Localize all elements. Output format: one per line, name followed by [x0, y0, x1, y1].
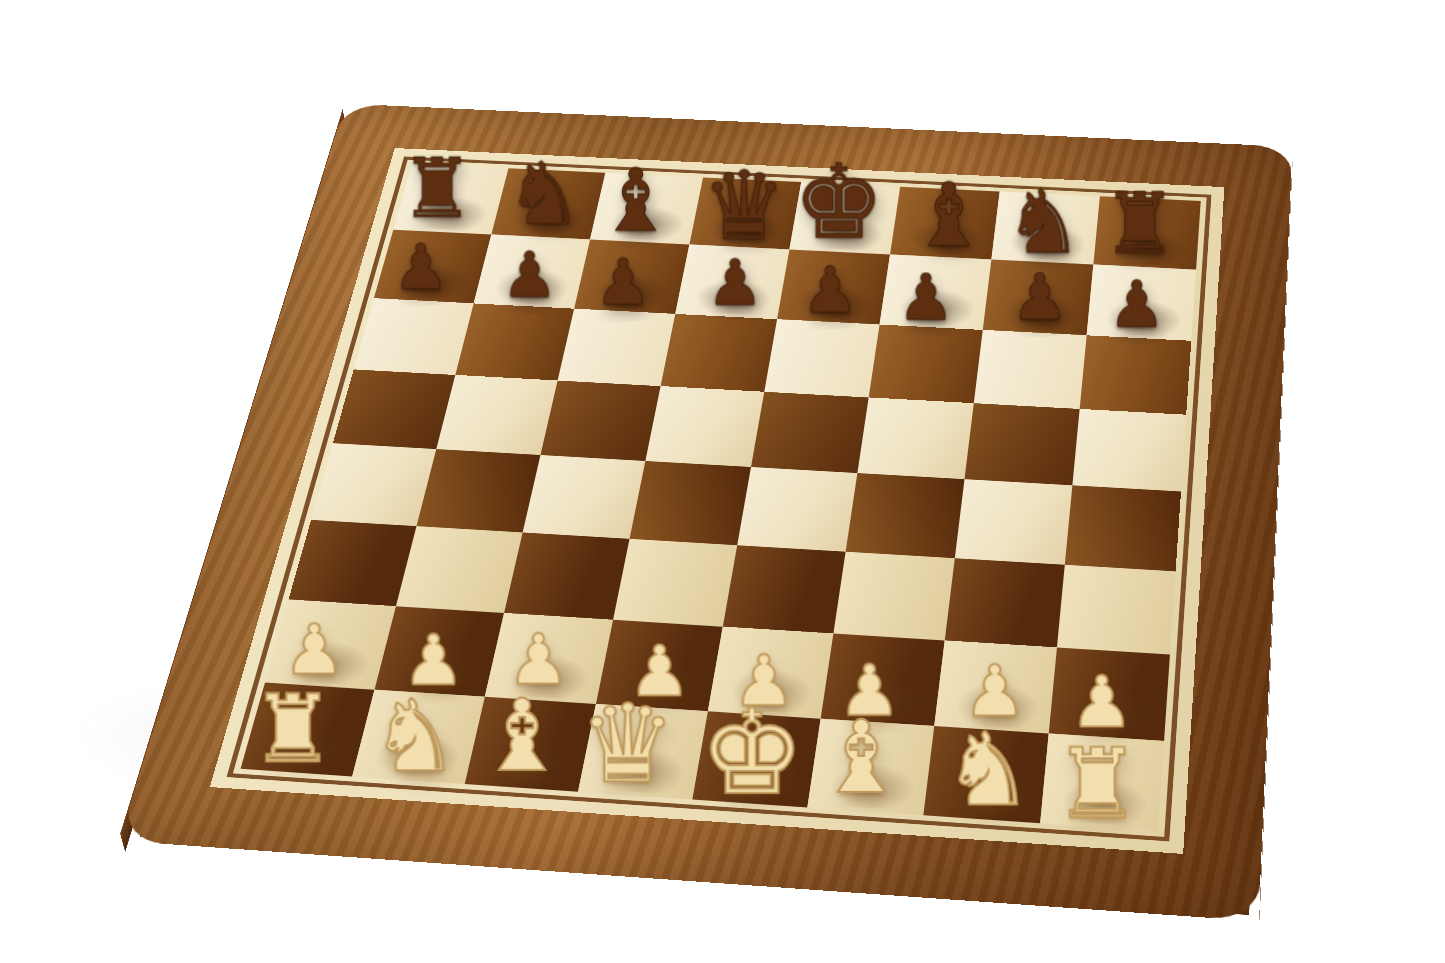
square-f7[interactable]: ♟	[879, 254, 991, 330]
piece-black-pawn[interactable]: ♟	[706, 254, 763, 311]
square-e8[interactable]: ♚	[789, 182, 900, 254]
square-f4[interactable]	[845, 473, 964, 558]
square-d1[interactable]: ♛	[578, 704, 708, 800]
piece-black-bishop[interactable]: ♝	[909, 176, 987, 255]
square-h6[interactable]	[1079, 335, 1191, 414]
square-d4[interactable]	[629, 460, 750, 544]
piece-white-knight[interactable]: ♞	[370, 693, 459, 782]
piece-white-rook[interactable]: ♜	[250, 685, 334, 770]
piece-black-king[interactable]: ♚	[792, 155, 884, 247]
piece-black-knight[interactable]: ♞	[1003, 183, 1082, 262]
square-c5[interactable]	[540, 380, 660, 461]
piece-black-rook[interactable]: ♜	[1101, 185, 1176, 261]
board-edge-right	[1258, 151, 1293, 933]
square-f5[interactable]	[857, 397, 973, 479]
piece-white-knight[interactable]: ♞	[942, 725, 1032, 816]
square-g8[interactable]: ♞	[991, 191, 1100, 264]
square-g7[interactable]: ♟	[982, 259, 1093, 335]
square-g1[interactable]: ♞	[923, 726, 1048, 823]
square-b8[interactable]: ♞	[491, 168, 605, 239]
square-g4[interactable]	[954, 479, 1072, 565]
board-grid: ♜♞♝♛♚♝♞♜♟♟♟♟♟♟♟♟♟♟♟♟♟♟♟♟♜♞♝♛♚♝♞♜	[240, 163, 1200, 831]
piece-black-pawn[interactable]: ♟	[801, 261, 858, 318]
square-f6[interactable]	[868, 324, 982, 403]
square-a7[interactable]: ♟	[373, 229, 490, 303]
photo-background: ♜♞♝♛♚♝♞♜♟♟♟♟♟♟♟♟♟♟♟♟♟♟♟♟♜♞♝♛♚♝♞♜	[0, 0, 1445, 963]
square-b7[interactable]: ♟	[473, 234, 589, 308]
square-f3[interactable]	[833, 551, 954, 640]
square-e5[interactable]	[751, 391, 869, 472]
square-f1[interactable]: ♝	[807, 718, 934, 815]
square-e6[interactable]	[764, 319, 879, 397]
piece-black-bishop[interactable]: ♝	[596, 162, 674, 240]
square-c4[interactable]	[522, 455, 645, 539]
piece-black-pawn[interactable]: ♟	[500, 247, 556, 304]
square-b4[interactable]	[416, 449, 540, 532]
board-frame: ♜♞♝♛♚♝♞♜♟♟♟♟♟♟♟♟♟♟♟♟♟♟♟♟♜♞♝♛♚♝♞♜	[119, 103, 1292, 921]
square-a1[interactable]: ♜	[240, 682, 374, 776]
board-inner-margin: ♜♞♝♛♚♝♞♜♟♟♟♟♟♟♟♟♟♟♟♟♟♟♟♟♜♞♝♛♚♝♞♜	[209, 148, 1224, 854]
chess-board: ♜♞♝♛♚♝♞♜♟♟♟♟♟♟♟♟♟♟♟♟♟♟♟♟♜♞♝♛♚♝♞♜	[119, 103, 1292, 921]
square-g6[interactable]	[973, 329, 1086, 408]
square-d6[interactable]	[660, 313, 776, 391]
square-a3[interactable]	[288, 519, 416, 605]
piece-white-bishop[interactable]: ♝	[815, 713, 905, 803]
square-h8[interactable]: ♜	[1093, 196, 1200, 269]
square-h3[interactable]	[1056, 564, 1175, 654]
piece-black-pawn[interactable]: ♟	[1107, 276, 1165, 334]
square-c6[interactable]	[557, 308, 675, 385]
square-d5[interactable]	[645, 386, 764, 467]
square-b6[interactable]	[455, 303, 574, 380]
square-f8[interactable]: ♝	[890, 186, 1000, 259]
square-a4[interactable]	[311, 443, 436, 526]
square-e3[interactable]	[722, 545, 845, 633]
piece-white-pawn[interactable]: ♟	[1069, 670, 1133, 734]
piece-black-queen[interactable]: ♛	[701, 163, 786, 248]
square-b3[interactable]	[395, 526, 522, 613]
piece-black-pawn[interactable]: ♟	[1010, 269, 1067, 327]
square-h4[interactable]	[1064, 485, 1180, 571]
piece-black-rook[interactable]: ♜	[399, 151, 473, 225]
square-c8[interactable]: ♝	[590, 172, 703, 244]
square-a6[interactable]	[353, 298, 473, 375]
square-b1[interactable]: ♞	[352, 689, 485, 783]
square-c1[interactable]: ♝	[464, 696, 595, 791]
square-a5[interactable]	[332, 369, 455, 449]
square-d7[interactable]: ♟	[675, 244, 789, 319]
square-g3[interactable]	[944, 558, 1064, 647]
piece-black-pawn[interactable]: ♟	[896, 269, 953, 326]
square-e4[interactable]	[737, 467, 857, 552]
square-a8[interactable]: ♜	[393, 163, 508, 234]
square-e7[interactable]: ♟	[777, 249, 890, 324]
piece-black-pawn[interactable]: ♟	[392, 239, 448, 295]
square-c7[interactable]: ♟	[574, 239, 689, 313]
square-e1[interactable]: ♚	[692, 711, 820, 807]
square-c3[interactable]	[504, 532, 629, 619]
piece-black-knight[interactable]: ♞	[504, 155, 581, 233]
piece-white-rook[interactable]: ♜	[1053, 739, 1140, 826]
piece-white-pawn[interactable]: ♟	[282, 619, 344, 681]
square-h5[interactable]	[1072, 408, 1186, 491]
piece-black-pawn[interactable]: ♟	[594, 254, 651, 311]
square-d3[interactable]	[613, 538, 737, 626]
square-b5[interactable]	[436, 374, 557, 454]
piece-white-queen[interactable]: ♛	[578, 695, 675, 792]
piece-white-king[interactable]: ♚	[699, 698, 804, 804]
piece-white-bishop[interactable]: ♝	[477, 692, 566, 781]
square-d8[interactable]: ♛	[689, 177, 801, 249]
square-h1[interactable]: ♜	[1040, 733, 1164, 831]
square-g5[interactable]	[964, 403, 1079, 485]
square-h7[interactable]: ♟	[1086, 264, 1195, 340]
